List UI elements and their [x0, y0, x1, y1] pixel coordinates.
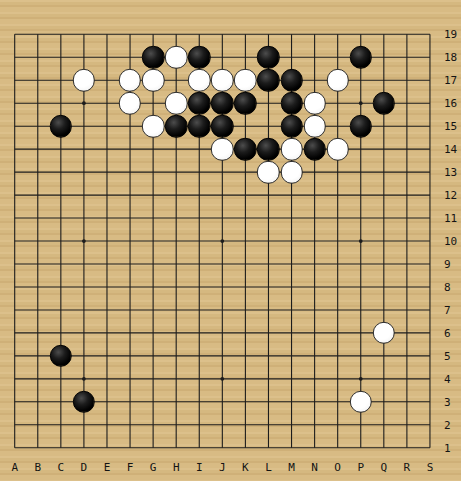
column-label-M: M: [288, 461, 295, 474]
column-label-Q: Q: [381, 461, 388, 474]
star-point-P10: [359, 239, 363, 243]
row-label-6: 6: [444, 326, 451, 339]
row-label-1: 1: [444, 441, 451, 454]
row-label-18: 18: [444, 51, 457, 64]
row-label-4: 4: [444, 372, 451, 385]
star-point-D10: [82, 239, 86, 243]
row-label-7: 7: [444, 303, 451, 316]
column-label-A: A: [11, 461, 18, 474]
row-label-11: 11: [444, 212, 457, 225]
column-label-C: C: [58, 461, 65, 474]
column-label-K: K: [242, 461, 249, 474]
star-point-J10: [220, 239, 224, 243]
row-label-15: 15: [444, 120, 457, 133]
row-label-12: 12: [444, 189, 457, 202]
column-label-G: G: [150, 461, 157, 474]
column-label-S: S: [427, 461, 434, 474]
column-label-H: H: [173, 461, 180, 474]
row-label-2: 2: [444, 418, 451, 431]
star-point-D16: [82, 101, 86, 105]
row-label-16: 16: [444, 97, 457, 110]
column-label-B: B: [34, 461, 41, 474]
column-label-I: I: [196, 461, 203, 474]
column-label-E: E: [104, 461, 111, 474]
row-label-9: 9: [444, 258, 451, 271]
star-point-P16: [359, 101, 363, 105]
column-label-O: O: [334, 461, 341, 474]
column-label-F: F: [127, 461, 134, 474]
column-label-R: R: [404, 461, 411, 474]
row-label-17: 17: [444, 74, 457, 87]
star-point-J4: [220, 377, 224, 381]
star-point-D4: [82, 377, 86, 381]
row-label-19: 19: [444, 28, 457, 41]
star-point-P4: [359, 377, 363, 381]
column-label-J: J: [219, 461, 226, 474]
column-label-L: L: [265, 461, 272, 474]
row-label-5: 5: [444, 349, 451, 362]
row-label-8: 8: [444, 280, 451, 293]
go-board: ABCDEFGHIJKLMNOPQRS191817161514131211109…: [0, 0, 461, 481]
row-label-14: 14: [444, 143, 457, 156]
row-label-10: 10: [444, 235, 457, 248]
column-label-N: N: [311, 461, 318, 474]
column-label-P: P: [357, 461, 364, 474]
column-label-D: D: [81, 461, 88, 474]
row-label-3: 3: [444, 395, 451, 408]
row-label-13: 13: [444, 166, 457, 179]
